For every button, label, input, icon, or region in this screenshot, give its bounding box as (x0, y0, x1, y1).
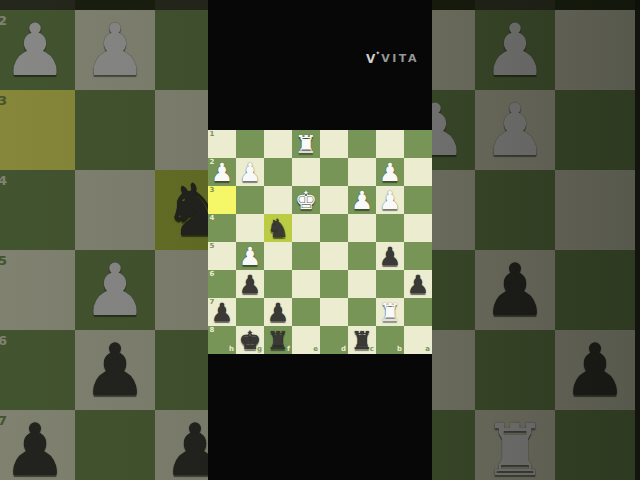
vita-logo-icon: V✦ (366, 53, 375, 65)
file-label: a (425, 346, 430, 353)
square-f5[interactable] (264, 242, 292, 270)
square-c5[interactable] (348, 242, 376, 270)
file-label: f (287, 346, 290, 353)
file-label: e (313, 346, 318, 353)
square-h1[interactable]: 1 (208, 130, 236, 158)
square-e1[interactable]: ♜ (292, 130, 320, 158)
rank-label: 5 (210, 243, 215, 250)
square-g6[interactable]: ♟ (236, 270, 264, 298)
square-a8[interactable]: a (404, 326, 432, 354)
square-a4[interactable] (404, 214, 432, 242)
square-d8[interactable]: d (320, 326, 348, 354)
black-pawn: ♟ (267, 300, 289, 325)
square-b1[interactable] (376, 130, 404, 158)
square-c3[interactable]: ♟ (348, 186, 376, 214)
square-a6[interactable]: ♟ (404, 270, 432, 298)
square-a3[interactable] (404, 186, 432, 214)
square-d6[interactable] (320, 270, 348, 298)
white-rook: ♜ (295, 132, 317, 157)
square-e8[interactable]: e (292, 326, 320, 354)
vita-logo-text: VITA (381, 52, 419, 65)
square-f1[interactable] (264, 130, 292, 158)
white-pawn: ♟ (239, 244, 261, 269)
square-h5[interactable]: 5 (208, 242, 236, 270)
white-rook: ♜ (379, 300, 401, 325)
square-g2[interactable]: ♟ (236, 158, 264, 186)
file-label: b (397, 346, 402, 353)
rank-label: 2 (210, 159, 215, 166)
rank-label: 8 (210, 327, 215, 334)
rank-label: 6 (210, 271, 215, 278)
rank-label: 4 (210, 215, 215, 222)
video-frame: 1♜2♟♟♟3♚♟♟4♞5♟♟6♟♟7♟♟♜8hg♚f♜edc♜ba V✦ VI… (0, 0, 640, 480)
square-g5[interactable]: ♟ (236, 242, 264, 270)
square-g3[interactable] (236, 186, 264, 214)
file-label: h (229, 346, 234, 353)
square-g1[interactable] (236, 130, 264, 158)
square-b7[interactable]: ♜ (376, 298, 404, 326)
square-d3[interactable] (320, 186, 348, 214)
chess-board: 1♜2♟♟♟3♚♟♟4♞5♟♟6♟♟7♟♟♜8hg♚f♜edc♜ba (208, 130, 432, 354)
square-g7[interactable] (236, 298, 264, 326)
square-d5[interactable] (320, 242, 348, 270)
square-b4[interactable] (376, 214, 404, 242)
square-e3[interactable]: ♚ (292, 186, 320, 214)
black-rook: ♜ (267, 328, 289, 353)
square-h2[interactable]: 2♟ (208, 158, 236, 186)
square-e6[interactable] (292, 270, 320, 298)
square-a1[interactable] (404, 130, 432, 158)
square-c4[interactable] (348, 214, 376, 242)
white-pawn: ♟ (379, 160, 401, 185)
white-pawn: ♟ (351, 188, 373, 213)
square-g4[interactable] (236, 214, 264, 242)
black-pawn: ♟ (379, 244, 401, 269)
square-h8[interactable]: 8h (208, 326, 236, 354)
square-f6[interactable] (264, 270, 292, 298)
square-c1[interactable] (348, 130, 376, 158)
rank-label: 1 (210, 131, 215, 138)
square-c2[interactable] (348, 158, 376, 186)
rank-label: 7 (210, 299, 215, 306)
square-a2[interactable] (404, 158, 432, 186)
square-e7[interactable] (292, 298, 320, 326)
file-label: g (257, 346, 262, 353)
square-c8[interactable]: c♜ (348, 326, 376, 354)
square-c6[interactable] (348, 270, 376, 298)
square-d7[interactable] (320, 298, 348, 326)
black-pawn: ♟ (407, 272, 429, 297)
sparkle-icon: ✦ (375, 50, 380, 56)
square-f8[interactable]: f♜ (264, 326, 292, 354)
square-b8[interactable]: b (376, 326, 404, 354)
square-h7[interactable]: 7♟ (208, 298, 236, 326)
square-a7[interactable] (404, 298, 432, 326)
square-e5[interactable] (292, 242, 320, 270)
square-d2[interactable] (320, 158, 348, 186)
square-g8[interactable]: g♚ (236, 326, 264, 354)
square-b2[interactable]: ♟ (376, 158, 404, 186)
square-b3[interactable]: ♟ (376, 186, 404, 214)
vita-watermark: V✦ VITA (366, 52, 419, 65)
square-c7[interactable] (348, 298, 376, 326)
square-f3[interactable] (264, 186, 292, 214)
black-knight: ♞ (267, 216, 289, 241)
square-f4[interactable]: ♞ (264, 214, 292, 242)
square-h3[interactable]: 3 (208, 186, 236, 214)
square-f7[interactable]: ♟ (264, 298, 292, 326)
square-d1[interactable] (320, 130, 348, 158)
white-king: ♚ (295, 188, 317, 213)
square-b5[interactable]: ♟ (376, 242, 404, 270)
file-label: c (370, 346, 374, 353)
white-pawn: ♟ (379, 188, 401, 213)
square-a5[interactable] (404, 242, 432, 270)
square-h6[interactable]: 6 (208, 270, 236, 298)
square-d4[interactable] (320, 214, 348, 242)
square-h4[interactable]: 4 (208, 214, 236, 242)
video-strip: V✦ VITA 1♜2♟♟♟3♚♟♟4♞5♟♟6♟♟7♟♟♜8hg♚f♜edc♜… (208, 0, 432, 480)
square-e4[interactable] (292, 214, 320, 242)
square-f2[interactable] (264, 158, 292, 186)
black-pawn: ♟ (239, 272, 261, 297)
square-b6[interactable] (376, 270, 404, 298)
rank-label: 3 (210, 187, 215, 194)
file-label: d (341, 346, 346, 353)
white-pawn: ♟ (239, 160, 261, 185)
square-e2[interactable] (292, 158, 320, 186)
